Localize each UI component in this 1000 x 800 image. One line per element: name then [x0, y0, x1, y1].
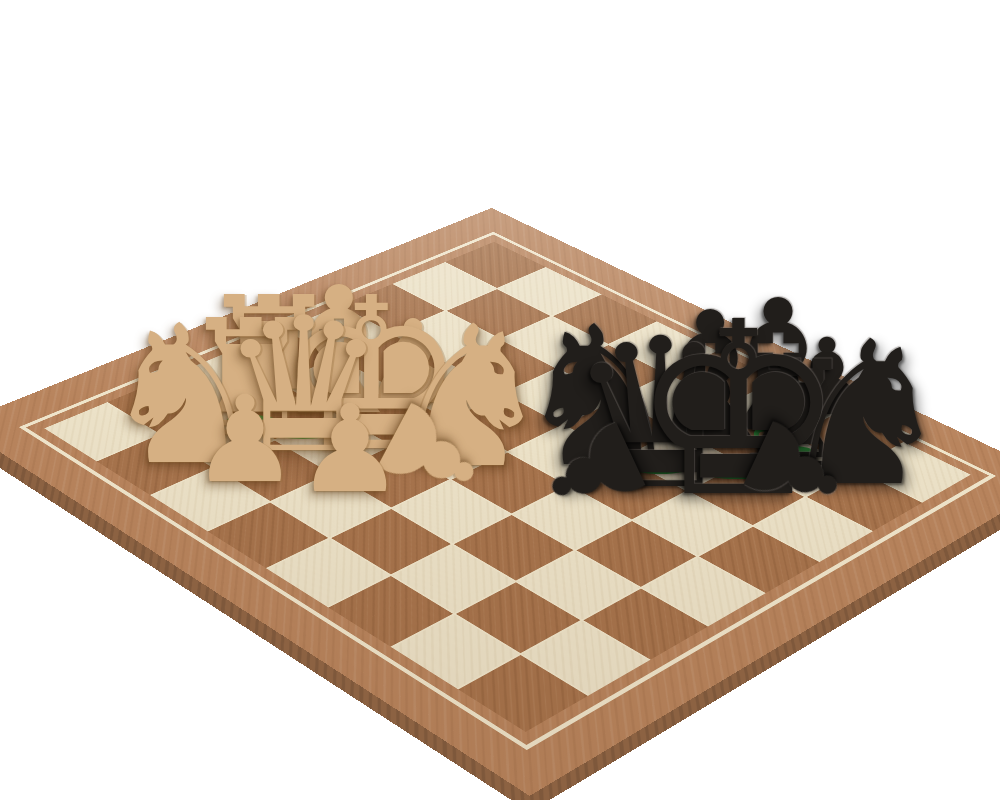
black-pawn-back-baize — [811, 402, 843, 409]
white-king-glyph: ♚ — [276, 270, 465, 481]
white-knight-right-baize — [437, 441, 496, 454]
white-pawn-front-left: ♟ — [245, 471, 353, 591]
chess-set-photo: ♞♜♝♟♜♚♛♟♞♟♟♟♝♝♞♜♟♟♞♛♚ — [0, 0, 1000, 800]
black-queen-glyph: ♛ — [567, 311, 753, 518]
white-knight-left: ♞ — [185, 446, 357, 638]
white-pawn-fallen: ♟ — [431, 442, 539, 563]
black-pawn-back-glyph: ♟ — [779, 325, 874, 431]
black-bishop-back-right-glyph: ♝ — [697, 276, 859, 457]
white-queen: ♛ — [303, 434, 470, 620]
black-queen-baize — [629, 460, 692, 474]
white-king: ♚ — [371, 430, 560, 641]
white-knight-right-glyph: ♞ — [380, 300, 555, 495]
white-knight-left-baize — [156, 439, 214, 452]
black-pawn-fallen-left: ♟ — [594, 459, 699, 576]
white-rook-baize — [227, 415, 276, 425]
black-rook-baize — [769, 446, 814, 456]
white-queen-glyph: ♛ — [220, 293, 387, 479]
white-pawn-front-mid-glyph: ♟ — [296, 389, 404, 510]
black-king-glyph: ♚ — [630, 290, 845, 530]
black-king: ♚ — [738, 472, 953, 712]
black-pawn-fallen-right: ♟ — [795, 458, 900, 575]
white-rook-back-glyph: ♜ — [197, 276, 340, 436]
white-rook: ♜ — [251, 421, 394, 581]
white-pawn-front-mid: ♟ — [350, 481, 458, 602]
white-queen-baize — [275, 427, 332, 439]
white-pawn-fallen-glyph: ♟ — [352, 378, 510, 531]
black-knight-right-glyph: ♞ — [775, 315, 953, 514]
white-pawn-back-baize — [396, 387, 431, 394]
black-rook: ♜ — [791, 452, 922, 598]
white-pawn-back-glyph: ♟ — [361, 305, 464, 420]
white-bishop-back: ♝ — [339, 397, 496, 572]
black-queen: ♛ — [660, 468, 846, 675]
white-pawn-front-left-glyph: ♟ — [191, 380, 299, 500]
white-fallen-pawn-base-ring — [385, 413, 423, 446]
black-knight-right-baize — [834, 459, 894, 472]
white-bishop-back-glyph: ♝ — [261, 264, 418, 439]
black-knight-right: ♞ — [864, 466, 1000, 665]
white-pawn-front-mid-baize — [332, 476, 369, 484]
white-knight-left-glyph: ♞ — [99, 300, 271, 492]
white-knight-right: ♞ — [467, 448, 642, 643]
black-bishop-back-right: ♝ — [778, 414, 940, 595]
white-pawn-front-left-baize — [227, 466, 264, 474]
pieces-layer: ♞♜♝♟♜♚♛♟♞♟♟♟♝♝♞♜♟♟♞♛♚ — [0, 0, 1000, 800]
black-king-baize — [701, 463, 774, 479]
